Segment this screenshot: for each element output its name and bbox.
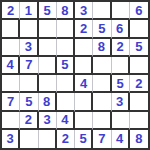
cell-r8c5[interactable]: 5 xyxy=(75,130,93,148)
cell-r4c6[interactable] xyxy=(93,57,111,75)
cell-r5c4[interactable] xyxy=(57,75,75,93)
cell-r2c2[interactable] xyxy=(20,20,38,38)
cell-r4c7[interactable] xyxy=(112,57,130,75)
sudoku-board: 21583625638254754527583234325748 xyxy=(0,0,150,150)
cell-r1c3[interactable]: 5 xyxy=(39,2,57,20)
cell-r8c6[interactable]: 7 xyxy=(93,130,111,148)
cell-r2c5[interactable]: 2 xyxy=(75,20,93,38)
cell-r4c8[interactable] xyxy=(130,57,148,75)
cell-r2c3[interactable] xyxy=(39,20,57,38)
cell-r8c3[interactable] xyxy=(39,130,57,148)
cell-r1c1[interactable]: 2 xyxy=(2,2,20,20)
cell-r6c5[interactable] xyxy=(75,93,93,111)
cell-r8c2[interactable] xyxy=(20,130,38,148)
cell-r3c1[interactable] xyxy=(2,39,20,57)
cell-r1c2[interactable]: 1 xyxy=(20,2,38,20)
cell-r5c1[interactable] xyxy=(2,75,20,93)
cell-r7c3[interactable]: 3 xyxy=(39,112,57,130)
cell-r5c2[interactable] xyxy=(20,75,38,93)
cell-r6c3[interactable]: 8 xyxy=(39,93,57,111)
cell-r5c6[interactable] xyxy=(93,75,111,93)
cell-r6c4[interactable] xyxy=(57,93,75,111)
cell-r6c2[interactable]: 5 xyxy=(20,93,38,111)
cell-r7c5[interactable] xyxy=(75,112,93,130)
cell-r1c7[interactable] xyxy=(112,2,130,20)
cell-r7c6[interactable] xyxy=(93,112,111,130)
cell-r6c8[interactable] xyxy=(130,93,148,111)
cell-r5c7[interactable]: 5 xyxy=(112,75,130,93)
cell-r7c8[interactable] xyxy=(130,112,148,130)
cell-r7c4[interactable]: 4 xyxy=(57,112,75,130)
cell-r4c3[interactable] xyxy=(39,57,57,75)
cell-r8c4[interactable]: 2 xyxy=(57,130,75,148)
cell-r3c4[interactable] xyxy=(57,39,75,57)
cell-r2c1[interactable] xyxy=(2,20,20,38)
cell-r2c4[interactable] xyxy=(57,20,75,38)
cell-r4c2[interactable]: 7 xyxy=(20,57,38,75)
cell-r3c8[interactable]: 5 xyxy=(130,39,148,57)
cell-r2c8[interactable] xyxy=(130,20,148,38)
cell-r2c7[interactable]: 6 xyxy=(112,20,130,38)
cell-r5c3[interactable] xyxy=(39,75,57,93)
cell-r3c3[interactable] xyxy=(39,39,57,57)
cell-r5c8[interactable]: 2 xyxy=(130,75,148,93)
cell-r3c6[interactable]: 8 xyxy=(93,39,111,57)
cell-r8c1[interactable]: 3 xyxy=(2,130,20,148)
cell-r3c2[interactable]: 3 xyxy=(20,39,38,57)
cell-r4c1[interactable]: 4 xyxy=(2,57,20,75)
cell-r8c8[interactable]: 8 xyxy=(130,130,148,148)
cell-r6c1[interactable]: 7 xyxy=(2,93,20,111)
cell-r6c6[interactable] xyxy=(93,93,111,111)
cell-r1c4[interactable]: 8 xyxy=(57,2,75,20)
cell-r4c5[interactable] xyxy=(75,57,93,75)
cell-r7c1[interactable] xyxy=(2,112,20,130)
cell-r8c7[interactable]: 4 xyxy=(112,130,130,148)
cell-r3c5[interactable] xyxy=(75,39,93,57)
cell-r1c8[interactable]: 6 xyxy=(130,2,148,20)
cell-r2c6[interactable]: 5 xyxy=(93,20,111,38)
cell-r3c7[interactable]: 2 xyxy=(112,39,130,57)
cell-r4c4[interactable]: 5 xyxy=(57,57,75,75)
cell-r7c2[interactable]: 2 xyxy=(20,112,38,130)
cell-r6c7[interactable]: 3 xyxy=(112,93,130,111)
cell-r5c5[interactable]: 4 xyxy=(75,75,93,93)
cell-r1c5[interactable]: 3 xyxy=(75,2,93,20)
cell-r1c6[interactable] xyxy=(93,2,111,20)
cell-r7c7[interactable] xyxy=(112,112,130,130)
